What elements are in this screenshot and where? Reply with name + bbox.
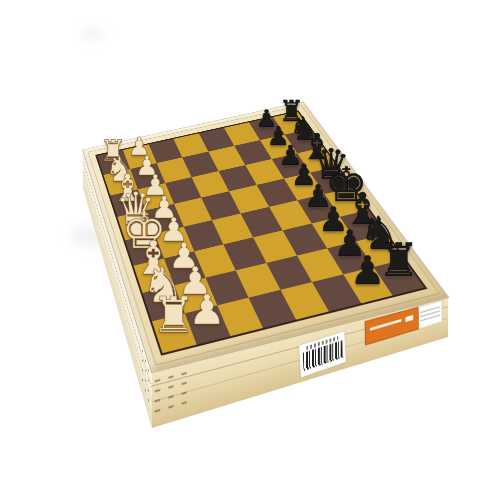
finger-joints — [155, 368, 195, 421]
background-smudge — [82, 28, 104, 40]
illegible-brand-text — [370, 319, 401, 331]
brand-label-info-panel — [419, 300, 443, 329]
barcode-sticker — [299, 331, 346, 377]
illegible-brand-mark — [405, 315, 413, 322]
black-pawn[interactable]: ♟ — [350, 251, 385, 290]
scene: ♜♞♝♛♚♝♞♜♟♟♟♟♟♟♟♟♟♟♟♟♟♟♟♟♜♞♝♛♚♝♞♜ — [0, 0, 500, 500]
white-rook[interactable]: ♜ — [152, 290, 196, 339]
